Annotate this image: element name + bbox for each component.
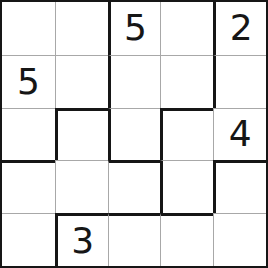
cell-r4c3[interactable] bbox=[160, 213, 213, 266]
cell-r4c2[interactable] bbox=[108, 213, 161, 266]
cell-r1c3[interactable] bbox=[160, 55, 213, 108]
cell-r1c2[interactable] bbox=[108, 55, 161, 108]
puzzle-page: 52543 bbox=[0, 0, 268, 268]
cell-r3c3[interactable] bbox=[160, 160, 213, 213]
cell-r4c0[interactable] bbox=[2, 213, 55, 266]
cell-r0c2[interactable]: 5 bbox=[108, 2, 161, 55]
given-number: 2 bbox=[230, 10, 253, 46]
cell-r2c2[interactable] bbox=[108, 108, 161, 161]
given-number: 5 bbox=[124, 10, 147, 46]
cell-r0c1[interactable] bbox=[55, 2, 108, 55]
cell-r2c4[interactable]: 4 bbox=[213, 108, 266, 161]
cell-r0c3[interactable] bbox=[160, 2, 213, 55]
cell-r1c0[interactable]: 5 bbox=[2, 55, 55, 108]
cell-r3c2[interactable] bbox=[108, 160, 161, 213]
cell-r0c4[interactable]: 2 bbox=[213, 2, 266, 55]
cell-r4c4[interactable] bbox=[213, 213, 266, 266]
cell-r0c0[interactable] bbox=[2, 2, 55, 55]
cell-r2c0[interactable] bbox=[2, 108, 55, 161]
cell-r4c1[interactable]: 3 bbox=[55, 213, 108, 266]
cell-r1c1[interactable] bbox=[55, 55, 108, 108]
given-number: 5 bbox=[17, 64, 40, 100]
cell-r2c1[interactable] bbox=[55, 108, 108, 161]
cell-r2c3[interactable] bbox=[160, 108, 213, 161]
cell-r1c4[interactable] bbox=[213, 55, 266, 108]
cell-r3c0[interactable] bbox=[2, 160, 55, 213]
given-number: 3 bbox=[71, 223, 94, 259]
cell-r3c4[interactable] bbox=[213, 160, 266, 213]
given-number: 4 bbox=[229, 116, 252, 152]
cell-r3c1[interactable] bbox=[55, 160, 108, 213]
suguru-board: 52543 bbox=[0, 0, 268, 268]
